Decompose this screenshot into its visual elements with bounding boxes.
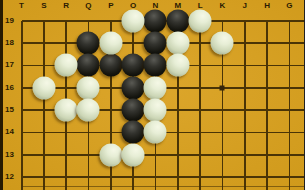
row-label-16: 16: [2, 83, 18, 93]
white-stone-M17[interactable]: [166, 54, 189, 77]
board-bottom-shadow-line: [22, 186, 305, 188]
white-stone-S16[interactable]: [32, 76, 55, 99]
black-stone-N19[interactable]: [144, 9, 167, 32]
row-label-18: 18: [2, 38, 18, 48]
row-label-17: 17: [2, 60, 18, 70]
white-stone-K18[interactable]: [211, 32, 234, 55]
grid-line-vertical-G: [289, 21, 291, 190]
column-label-H: H: [260, 1, 274, 11]
black-stone-M19[interactable]: [166, 9, 189, 32]
column-label-T: T: [15, 1, 29, 11]
column-label-G: G: [282, 1, 296, 11]
white-stone-P13[interactable]: [99, 143, 122, 166]
column-label-Q: Q: [81, 1, 95, 11]
white-stone-N14[interactable]: [144, 121, 167, 144]
grid-line-vertical-T: [21, 21, 23, 190]
white-stone-Q15[interactable]: [77, 99, 100, 122]
black-stone-P17[interactable]: [99, 54, 122, 77]
grid-line-vertical-H: [266, 21, 268, 190]
grid-line-vertical-J: [244, 21, 246, 190]
grid-line-horizontal-13: [22, 154, 305, 156]
grid-line-vertical-S: [43, 21, 45, 190]
row-label-14: 14: [2, 127, 18, 137]
column-label-R: R: [59, 1, 73, 11]
grid-line-vertical-L: [199, 21, 201, 190]
row-label-15: 15: [2, 105, 18, 115]
white-stone-N16[interactable]: [144, 76, 167, 99]
column-label-K: K: [215, 1, 229, 11]
white-stone-R15[interactable]: [55, 99, 78, 122]
black-stone-Q17[interactable]: [77, 54, 100, 77]
white-stone-O13[interactable]: [122, 143, 145, 166]
star-point-K16: [220, 85, 225, 90]
black-stone-O15[interactable]: [122, 99, 145, 122]
white-stone-L19[interactable]: [189, 9, 212, 32]
white-stone-R17[interactable]: [55, 54, 78, 77]
black-stone-O16[interactable]: [122, 76, 145, 99]
board-left-edge: [0, 0, 3, 190]
column-label-S: S: [37, 1, 51, 11]
black-stone-O17[interactable]: [122, 54, 145, 77]
grid-line-horizontal-12: [22, 176, 305, 178]
row-label-12: 12: [2, 172, 18, 182]
white-stone-N15[interactable]: [144, 99, 167, 122]
go-app-screenshot: TSRQPONMLKJHG1918171615141312: [0, 0, 304, 190]
white-stone-Q16[interactable]: [77, 76, 100, 99]
white-stone-O19[interactable]: [122, 9, 145, 32]
black-stone-Q18[interactable]: [77, 32, 100, 55]
white-stone-M18[interactable]: [166, 32, 189, 55]
row-label-19: 19: [2, 16, 18, 26]
black-stone-N18[interactable]: [144, 32, 167, 55]
black-stone-N17[interactable]: [144, 54, 167, 77]
column-label-J: J: [238, 1, 252, 11]
column-label-P: P: [104, 1, 118, 11]
black-stone-O14[interactable]: [122, 121, 145, 144]
row-label-13: 13: [2, 150, 18, 160]
white-stone-P18[interactable]: [99, 32, 122, 55]
